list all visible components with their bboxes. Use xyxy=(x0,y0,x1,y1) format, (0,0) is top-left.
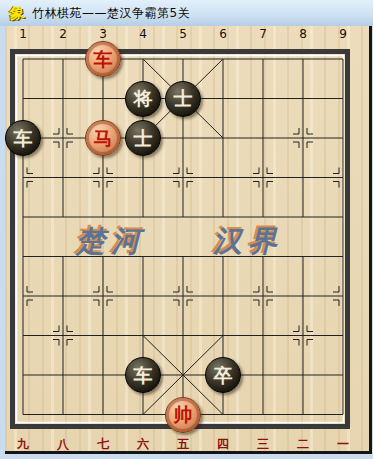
file-label-top-1: 1 xyxy=(13,27,33,41)
file-label-bottom-4: 六 xyxy=(132,436,154,453)
black-advisor[interactable]: 士 xyxy=(125,120,161,156)
file-label-top-5: 5 xyxy=(173,27,193,41)
river-label-left: 楚河 xyxy=(51,222,171,262)
file-label-top-7: 7 xyxy=(253,27,273,41)
file-label-bottom-1: 九 xyxy=(12,436,34,453)
file-label-bottom-7: 三 xyxy=(252,436,274,453)
file-label-bottom-2: 八 xyxy=(52,436,74,453)
red-horse[interactable]: 马 xyxy=(85,120,121,156)
xiangqi-board[interactable]: 123456789 九八七六五四三二一 楚河 汉界 车将士车马士车卒帅 xyxy=(5,26,372,454)
black-chariot[interactable]: 车 xyxy=(5,120,41,156)
title-bar: 象 竹林棋苑——楚汉争霸第5关 xyxy=(0,0,373,26)
river-label-right: 汉界 xyxy=(188,222,308,262)
red-chariot[interactable]: 车 xyxy=(85,41,121,77)
file-label-bottom-5: 五 xyxy=(172,436,194,453)
file-label-bottom-8: 二 xyxy=(292,436,314,453)
file-label-top-4: 4 xyxy=(133,27,153,41)
file-label-top-8: 8 xyxy=(293,27,313,41)
window-title: 竹林棋苑——楚汉争霸第5关 xyxy=(32,5,190,22)
file-label-bottom-3: 七 xyxy=(92,436,114,453)
black-soldier[interactable]: 卒 xyxy=(205,357,241,393)
file-label-bottom-9: 一 xyxy=(332,436,354,453)
file-label-top-9: 9 xyxy=(333,27,353,41)
app-icon: 象 xyxy=(7,3,27,23)
file-label-top-3: 3 xyxy=(93,27,113,41)
black-general[interactable]: 将 xyxy=(125,81,161,117)
red-general[interactable]: 帅 xyxy=(165,397,201,433)
file-label-top-6: 6 xyxy=(213,27,233,41)
file-label-top-2: 2 xyxy=(53,27,73,41)
black-advisor[interactable]: 士 xyxy=(165,81,201,117)
file-label-bottom-6: 四 xyxy=(212,436,234,453)
black-chariot[interactable]: 车 xyxy=(125,357,161,393)
